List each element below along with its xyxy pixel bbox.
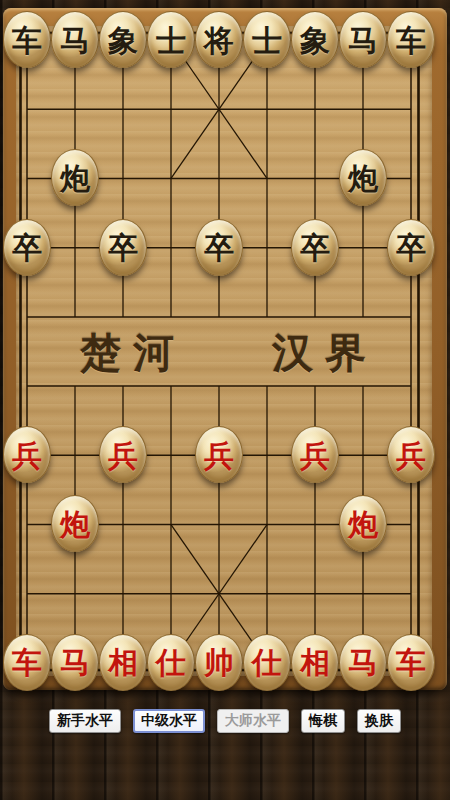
piece-red-soldier[interactable]: 兵 xyxy=(387,426,435,483)
piece-character: 兵 xyxy=(204,441,234,471)
board-point[interactable] xyxy=(3,143,51,212)
board-point[interactable] xyxy=(243,559,291,628)
piece-black-advisor[interactable]: 士 xyxy=(243,11,291,68)
piece-red-elephant[interactable]: 相 xyxy=(99,634,147,691)
board-point[interactable]: 炮 xyxy=(51,143,99,212)
board-point[interactable] xyxy=(195,143,243,212)
piece-black-soldier[interactable]: 卒 xyxy=(291,219,339,276)
piece-red-chariot[interactable]: 车 xyxy=(3,634,51,691)
piece-character: 士 xyxy=(252,26,282,56)
board-point[interactable] xyxy=(3,351,51,420)
board-point[interactable]: 兵 xyxy=(3,420,51,489)
piece-character: 马 xyxy=(348,26,378,56)
piece-black-horse[interactable]: 马 xyxy=(51,11,99,68)
piece-black-soldier[interactable]: 卒 xyxy=(195,219,243,276)
novice-level-button[interactable]: 新手水平 xyxy=(49,709,121,733)
board-point[interactable] xyxy=(195,74,243,143)
board-point[interactable] xyxy=(195,559,243,628)
piece-black-soldier[interactable]: 卒 xyxy=(387,219,435,276)
board-point[interactable] xyxy=(147,74,195,143)
board-point[interactable] xyxy=(339,282,387,351)
piece-character: 仕 xyxy=(156,648,186,678)
piece-red-general[interactable]: 帅 xyxy=(195,634,243,691)
piece-character: 马 xyxy=(60,648,90,678)
piece-red-advisor[interactable]: 仕 xyxy=(147,634,195,691)
board-point[interactable]: 马 xyxy=(51,628,99,697)
master-level-button[interactable]: 大师水平 xyxy=(217,709,289,733)
piece-black-general[interactable]: 将 xyxy=(195,11,243,68)
board-point[interactable] xyxy=(291,489,339,558)
piece-red-advisor[interactable]: 仕 xyxy=(243,634,291,691)
piece-black-elephant[interactable]: 象 xyxy=(291,11,339,68)
board-point[interactable] xyxy=(243,420,291,489)
board-point[interactable]: 兵 xyxy=(291,420,339,489)
board-point[interactable] xyxy=(99,143,147,212)
board-point[interactable] xyxy=(291,143,339,212)
board-point[interactable] xyxy=(291,282,339,351)
piece-character: 卒 xyxy=(204,233,234,263)
piece-character: 兵 xyxy=(108,441,138,471)
board-point[interactable]: 卒 xyxy=(291,213,339,282)
piece-character: 卒 xyxy=(12,233,42,263)
piece-character: 马 xyxy=(348,648,378,678)
board-point[interactable] xyxy=(99,74,147,143)
intermediate-level-button[interactable]: 中级水平 xyxy=(133,709,205,733)
piece-character: 车 xyxy=(12,26,42,56)
board-point[interactable] xyxy=(99,489,147,558)
board-point[interactable]: 卒 xyxy=(387,213,435,282)
board-point[interactable] xyxy=(3,489,51,558)
piece-character: 车 xyxy=(12,648,42,678)
board-point[interactable]: 车 xyxy=(3,5,51,74)
board-point[interactable] xyxy=(51,559,99,628)
piece-character: 将 xyxy=(204,26,234,56)
piece-character: 炮 xyxy=(60,510,90,540)
piece-character: 卒 xyxy=(300,233,330,263)
piece-red-horse[interactable]: 马 xyxy=(51,634,99,691)
piece-red-horse[interactable]: 马 xyxy=(339,634,387,691)
board-point[interactable]: 帅 xyxy=(195,628,243,697)
undo-move-button[interactable]: 悔棋 xyxy=(301,709,345,733)
board-point[interactable] xyxy=(195,282,243,351)
piece-black-soldier[interactable]: 卒 xyxy=(99,219,147,276)
piece-character: 相 xyxy=(108,648,138,678)
board-point[interactable]: 相 xyxy=(99,628,147,697)
piece-character: 车 xyxy=(396,26,426,56)
board-point[interactable] xyxy=(195,351,243,420)
board-point[interactable]: 仕 xyxy=(147,628,195,697)
piece-red-soldier[interactable]: 兵 xyxy=(3,426,51,483)
board-point[interactable] xyxy=(3,282,51,351)
piece-black-soldier[interactable]: 卒 xyxy=(3,219,51,276)
board-point[interactable] xyxy=(339,420,387,489)
board-point[interactable] xyxy=(99,282,147,351)
board-point[interactable]: 士 xyxy=(147,5,195,74)
board-point[interactable] xyxy=(51,213,99,282)
piece-character: 炮 xyxy=(60,164,90,194)
piece-red-soldier[interactable]: 兵 xyxy=(291,426,339,483)
board-point[interactable]: 卒 xyxy=(195,213,243,282)
piece-character: 士 xyxy=(156,26,186,56)
piece-black-cannon[interactable]: 炮 xyxy=(51,149,99,206)
piece-black-horse[interactable]: 马 xyxy=(339,11,387,68)
piece-red-cannon[interactable]: 炮 xyxy=(51,495,99,552)
board-point[interactable] xyxy=(387,351,435,420)
board-point[interactable] xyxy=(147,559,195,628)
board-point[interactable] xyxy=(195,489,243,558)
app-background: { "game": "xiangqi (Chinese chess)", "po… xyxy=(0,0,450,800)
board-point[interactable] xyxy=(339,559,387,628)
piece-character: 车 xyxy=(396,648,426,678)
board-point[interactable] xyxy=(51,282,99,351)
piece-character: 象 xyxy=(300,26,330,56)
board-point[interactable] xyxy=(243,74,291,143)
board-point[interactable]: 马 xyxy=(339,5,387,74)
board-point[interactable] xyxy=(387,489,435,558)
piece-character: 仕 xyxy=(252,648,282,678)
difficulty-and-action-bar: 新手水平 中级水平 大师水平 悔棋 换肤 xyxy=(0,709,450,733)
board-point[interactable] xyxy=(51,420,99,489)
piece-character: 象 xyxy=(108,26,138,56)
piece-character: 兵 xyxy=(12,441,42,471)
change-skin-button[interactable]: 换肤 xyxy=(357,709,401,733)
board-point[interactable] xyxy=(51,74,99,143)
board-point[interactable]: 车 xyxy=(3,628,51,697)
board-point[interactable] xyxy=(291,351,339,420)
board-point[interactable] xyxy=(387,282,435,351)
piece-red-elephant[interactable]: 相 xyxy=(291,634,339,691)
piece-character: 卒 xyxy=(108,233,138,263)
board-point[interactable]: 象 xyxy=(99,5,147,74)
piece-character: 兵 xyxy=(300,441,330,471)
piece-black-cannon[interactable]: 炮 xyxy=(339,149,387,206)
board-point[interactable] xyxy=(243,351,291,420)
piece-character: 帅 xyxy=(204,648,234,678)
board-point[interactable] xyxy=(243,213,291,282)
board-point[interactable] xyxy=(147,489,195,558)
piece-black-chariot[interactable]: 车 xyxy=(3,11,51,68)
board-point[interactable]: 马 xyxy=(339,628,387,697)
board-point[interactable] xyxy=(147,282,195,351)
board-point[interactable] xyxy=(291,559,339,628)
board-point[interactable] xyxy=(243,489,291,558)
board-point[interactable] xyxy=(243,143,291,212)
board-point[interactable]: 将 xyxy=(195,5,243,74)
piece-character: 卒 xyxy=(396,233,426,263)
board-point[interactable]: 炮 xyxy=(51,489,99,558)
board-point[interactable]: 兵 xyxy=(195,420,243,489)
board-point[interactable] xyxy=(339,351,387,420)
board-point[interactable] xyxy=(387,559,435,628)
board-point[interactable]: 相 xyxy=(291,628,339,697)
piece-character: 炮 xyxy=(348,510,378,540)
piece-black-chariot[interactable]: 车 xyxy=(387,11,435,68)
board-point[interactable] xyxy=(51,351,99,420)
piece-black-elephant[interactable]: 象 xyxy=(99,11,147,68)
board-point[interactable] xyxy=(387,74,435,143)
board-point[interactable]: 兵 xyxy=(387,420,435,489)
board-point[interactable] xyxy=(339,74,387,143)
board-point[interactable] xyxy=(243,282,291,351)
board-point[interactable] xyxy=(3,559,51,628)
board-point[interactable]: 兵 xyxy=(99,420,147,489)
board-point[interactable] xyxy=(147,420,195,489)
board-point[interactable]: 车 xyxy=(387,5,435,74)
board-point[interactable]: 马 xyxy=(51,5,99,74)
board-point[interactable]: 车 xyxy=(387,628,435,697)
piece-character: 相 xyxy=(300,648,330,678)
board-point[interactable] xyxy=(339,213,387,282)
piece-character: 兵 xyxy=(396,441,426,471)
board-point[interactable] xyxy=(3,74,51,143)
board-point[interactable] xyxy=(99,559,147,628)
piece-red-soldier[interactable]: 兵 xyxy=(99,426,147,483)
piece-character: 马 xyxy=(60,26,90,56)
piece-red-soldier[interactable]: 兵 xyxy=(195,426,243,483)
piece-character: 炮 xyxy=(348,164,378,194)
board-point[interactable] xyxy=(147,143,195,212)
piece-red-cannon[interactable]: 炮 xyxy=(339,495,387,552)
board-point[interactable]: 仕 xyxy=(243,628,291,697)
board-point[interactable]: 炮 xyxy=(339,489,387,558)
board-point[interactable]: 卒 xyxy=(3,213,51,282)
board-point[interactable]: 炮 xyxy=(339,143,387,212)
board-point[interactable] xyxy=(147,351,195,420)
board-point[interactable] xyxy=(291,74,339,143)
pieces-grid: 车马象士将士象马车炮炮卒卒卒卒卒兵兵兵兵兵炮炮车马相仕帅仕相马车 xyxy=(3,5,435,697)
piece-black-advisor[interactable]: 士 xyxy=(147,11,195,68)
board-point[interactable]: 象 xyxy=(291,5,339,74)
board-point[interactable]: 卒 xyxy=(99,213,147,282)
board-point[interactable] xyxy=(387,143,435,212)
board-point[interactable]: 士 xyxy=(243,5,291,74)
piece-red-chariot[interactable]: 车 xyxy=(387,634,435,691)
board-point[interactable] xyxy=(99,351,147,420)
board-point[interactable] xyxy=(147,213,195,282)
